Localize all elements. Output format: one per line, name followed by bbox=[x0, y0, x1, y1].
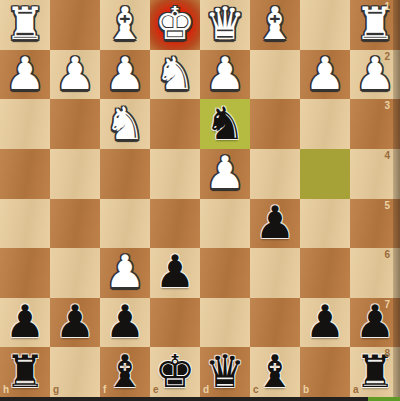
square-d1[interactable]: ♛ bbox=[200, 0, 250, 50]
square-f1[interactable]: ♝ bbox=[100, 0, 150, 50]
square-b3[interactable] bbox=[300, 99, 350, 149]
square-a1[interactable]: ♜1 bbox=[350, 0, 400, 50]
square-d6[interactable] bbox=[200, 248, 250, 298]
square-f7[interactable]: ♟ bbox=[100, 298, 150, 348]
move-progress-fill bbox=[368, 397, 400, 401]
square-h8[interactable]: ♜h bbox=[0, 347, 50, 397]
white-pawn[interactable]: ♟ bbox=[205, 149, 245, 197]
square-c3[interactable] bbox=[250, 99, 300, 149]
black-bishop[interactable]: ♝ bbox=[255, 347, 295, 395]
square-h7[interactable]: ♟ bbox=[0, 298, 50, 348]
square-c6[interactable] bbox=[250, 248, 300, 298]
coord-rank-6: 6 bbox=[384, 250, 390, 260]
square-d5[interactable] bbox=[200, 199, 250, 249]
square-h1[interactable]: ♜ bbox=[0, 0, 50, 50]
square-h5[interactable] bbox=[0, 199, 50, 249]
square-e5[interactable] bbox=[150, 199, 200, 249]
square-b5[interactable] bbox=[300, 199, 350, 249]
square-b1[interactable] bbox=[300, 0, 350, 50]
coord-file-b: b bbox=[303, 385, 309, 395]
square-g6[interactable] bbox=[50, 248, 100, 298]
square-d8[interactable]: ♛d bbox=[200, 347, 250, 397]
black-pawn[interactable]: ♟ bbox=[155, 248, 195, 296]
white-pawn[interactable]: ♟ bbox=[305, 50, 345, 98]
coord-rank-5: 5 bbox=[384, 201, 390, 211]
black-pawn[interactable]: ♟ bbox=[305, 298, 345, 346]
square-g1[interactable] bbox=[50, 0, 100, 50]
white-bishop[interactable]: ♝ bbox=[105, 0, 145, 48]
square-c8[interactable]: ♝c bbox=[250, 347, 300, 397]
white-knight[interactable]: ♞ bbox=[105, 99, 145, 147]
square-d2[interactable]: ♟ bbox=[200, 50, 250, 100]
coord-file-c: c bbox=[253, 385, 259, 395]
black-pawn[interactable]: ♟ bbox=[105, 298, 145, 346]
square-b6[interactable] bbox=[300, 248, 350, 298]
square-h3[interactable] bbox=[0, 99, 50, 149]
square-h4[interactable] bbox=[0, 149, 50, 199]
white-pawn[interactable]: ♟ bbox=[105, 248, 145, 296]
square-a7[interactable]: ♟7 bbox=[350, 298, 400, 348]
black-queen[interactable]: ♛ bbox=[205, 347, 245, 395]
square-a4[interactable]: 4 bbox=[350, 149, 400, 199]
square-g3[interactable] bbox=[50, 99, 100, 149]
square-e7[interactable] bbox=[150, 298, 200, 348]
square-f5[interactable] bbox=[100, 199, 150, 249]
square-e6[interactable]: ♟ bbox=[150, 248, 200, 298]
square-e2[interactable]: ♞ bbox=[150, 50, 200, 100]
square-e1[interactable]: ♚ bbox=[150, 0, 200, 50]
coord-rank-8: 8 bbox=[384, 349, 390, 359]
coord-rank-7: 7 bbox=[384, 300, 390, 310]
square-c2[interactable] bbox=[250, 50, 300, 100]
white-pawn[interactable]: ♟ bbox=[55, 50, 95, 98]
coord-rank-4: 4 bbox=[384, 151, 390, 161]
square-b7[interactable]: ♟ bbox=[300, 298, 350, 348]
square-g8[interactable]: g bbox=[50, 347, 100, 397]
square-c7[interactable] bbox=[250, 298, 300, 348]
square-a8[interactable]: ♜a8 bbox=[350, 347, 400, 397]
black-pawn[interactable]: ♟ bbox=[5, 298, 45, 346]
black-rook[interactable]: ♜ bbox=[5, 347, 45, 395]
coord-file-a: a bbox=[353, 385, 359, 395]
black-knight[interactable]: ♞ bbox=[205, 99, 245, 147]
coord-file-d: d bbox=[203, 385, 209, 395]
square-f3[interactable]: ♞ bbox=[100, 99, 150, 149]
white-pawn[interactable]: ♟ bbox=[5, 50, 45, 98]
black-king[interactable]: ♚ bbox=[155, 347, 195, 395]
chess-app-screen: ♜♝♚♛♝♜1♟♟♟♞♟♟♟2♞♞3♟4♟5♟♟6♟♟♟♟♟7♜hg♝f♚e♛d… bbox=[0, 0, 400, 401]
coord-rank-2: 2 bbox=[384, 52, 390, 62]
square-f4[interactable] bbox=[100, 149, 150, 199]
square-e4[interactable] bbox=[150, 149, 200, 199]
white-knight[interactable]: ♞ bbox=[155, 50, 195, 98]
square-d7[interactable] bbox=[200, 298, 250, 348]
square-g5[interactable] bbox=[50, 199, 100, 249]
square-b4[interactable] bbox=[300, 149, 350, 199]
square-f6[interactable]: ♟ bbox=[100, 248, 150, 298]
square-h2[interactable]: ♟ bbox=[0, 50, 50, 100]
square-b8[interactable]: b bbox=[300, 347, 350, 397]
square-c4[interactable] bbox=[250, 149, 300, 199]
square-a5[interactable]: 5 bbox=[350, 199, 400, 249]
square-e3[interactable] bbox=[150, 99, 200, 149]
coord-rank-1: 1 bbox=[384, 2, 390, 12]
coord-file-h: h bbox=[3, 385, 9, 395]
white-bishop[interactable]: ♝ bbox=[255, 0, 295, 48]
black-pawn[interactable]: ♟ bbox=[55, 298, 95, 346]
white-queen[interactable]: ♛ bbox=[205, 0, 245, 48]
square-f8[interactable]: ♝f bbox=[100, 347, 150, 397]
coord-rank-3: 3 bbox=[384, 101, 390, 111]
black-bishop[interactable]: ♝ bbox=[105, 347, 145, 395]
square-g2[interactable]: ♟ bbox=[50, 50, 100, 100]
chess-board: ♜♝♚♛♝♜1♟♟♟♞♟♟♟2♞♞3♟4♟5♟♟6♟♟♟♟♟7♜hg♝f♚e♛d… bbox=[0, 0, 400, 397]
square-d4[interactable]: ♟ bbox=[200, 149, 250, 199]
square-e8[interactable]: ♚e bbox=[150, 347, 200, 397]
white-rook[interactable]: ♜ bbox=[5, 0, 45, 48]
white-pawn[interactable]: ♟ bbox=[205, 50, 245, 98]
square-d3[interactable]: ♞ bbox=[200, 99, 250, 149]
square-c5[interactable]: ♟ bbox=[250, 199, 300, 249]
coord-file-f: f bbox=[103, 385, 106, 395]
square-b2[interactable]: ♟ bbox=[300, 50, 350, 100]
square-a3[interactable]: 3 bbox=[350, 99, 400, 149]
square-a6[interactable]: 6 bbox=[350, 248, 400, 298]
black-pawn[interactable]: ♟ bbox=[255, 199, 295, 247]
square-f2[interactable]: ♟ bbox=[100, 50, 150, 100]
square-c1[interactable]: ♝ bbox=[250, 0, 300, 50]
square-a2[interactable]: ♟2 bbox=[350, 50, 400, 100]
white-pawn[interactable]: ♟ bbox=[105, 50, 145, 98]
square-h6[interactable] bbox=[0, 248, 50, 298]
move-progress-bar bbox=[0, 397, 400, 401]
square-g4[interactable] bbox=[50, 149, 100, 199]
white-king[interactable]: ♚ bbox=[155, 0, 195, 48]
square-g7[interactable]: ♟ bbox=[50, 298, 100, 348]
coord-file-e: e bbox=[153, 385, 159, 395]
coord-file-g: g bbox=[53, 385, 59, 395]
